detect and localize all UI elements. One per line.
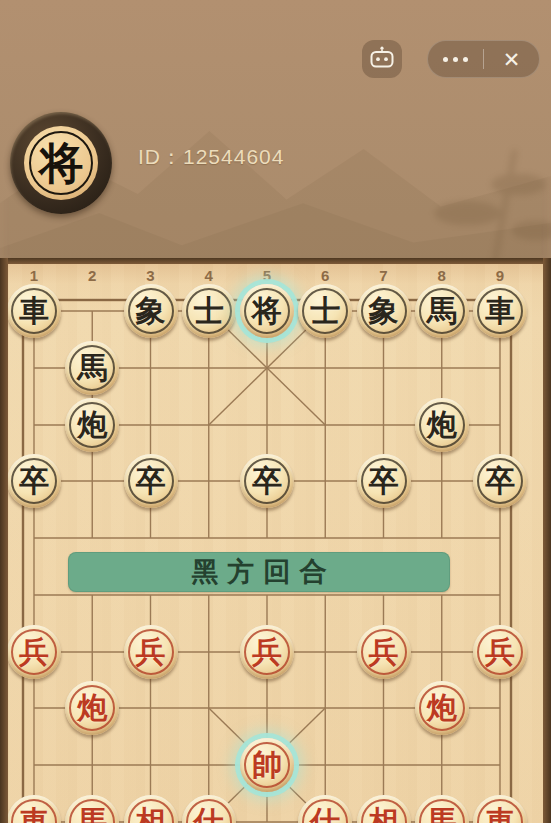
avatar-piece-glyph: 将 — [39, 141, 83, 185]
piece-red-soldier[interactable]: 兵 — [124, 625, 178, 679]
piece-black-cannon[interactable]: 炮 — [415, 398, 469, 452]
piece-glyph: 兵 — [369, 637, 399, 667]
piece-red-cannon[interactable]: 炮 — [415, 681, 469, 735]
piece-glyph: 卒 — [136, 466, 166, 496]
piece-glyph: 馬 — [427, 807, 457, 823]
piece-glyph: 馬 — [427, 296, 457, 326]
piece-glyph: 仕 — [310, 807, 340, 823]
piece-glyph: 卒 — [19, 466, 49, 496]
close-icon: ✕ — [503, 49, 521, 70]
file-label-7: 7 — [374, 267, 394, 284]
xiangqi-match-screen: { "game": "xiangqi", "position": { "fen"… — [0, 0, 551, 823]
piece-glyph: 帥 — [252, 750, 282, 780]
piece-black-horse[interactable]: 馬 — [65, 341, 119, 395]
file-label-5: 5 — [257, 267, 277, 284]
piece-black-soldier[interactable]: 卒 — [7, 454, 61, 508]
board-frame-top — [0, 258, 551, 264]
more-dots-icon — [443, 57, 468, 62]
piece-black-soldier[interactable]: 卒 — [357, 454, 411, 508]
board-frame-left — [0, 258, 8, 823]
piece-red-soldier[interactable]: 兵 — [7, 625, 61, 679]
piece-black-cannon[interactable]: 炮 — [65, 398, 119, 452]
piece-glyph: 象 — [136, 296, 166, 326]
piece-black-soldier[interactable]: 卒 — [473, 454, 527, 508]
piece-glyph: 仕 — [194, 807, 224, 823]
piece-red-general[interactable]: 帥 — [240, 738, 294, 792]
turn-banner: 黑方回合 — [68, 552, 450, 592]
file-label-9: 9 — [490, 267, 510, 284]
piece-black-chariot[interactable]: 車 — [7, 284, 61, 338]
piece-black-general[interactable]: 将 — [240, 284, 294, 338]
piece-glyph: 卒 — [252, 466, 282, 496]
gamepad-icon — [369, 45, 395, 74]
piece-glyph: 馬 — [77, 807, 107, 823]
piece-black-horse[interactable]: 馬 — [415, 284, 469, 338]
piece-glyph: 将 — [252, 296, 282, 326]
piece-glyph: 象 — [369, 296, 399, 326]
player-id: ID：12544604 — [138, 143, 284, 171]
piece-red-soldier[interactable]: 兵 — [357, 625, 411, 679]
file-label-6: 6 — [315, 267, 335, 284]
piece-glyph: 車 — [19, 807, 49, 823]
tree-silhouette — [391, 150, 551, 265]
piece-glyph: 車 — [485, 807, 515, 823]
piece-glyph: 卒 — [369, 466, 399, 496]
piece-red-cannon[interactable]: 炮 — [65, 681, 119, 735]
piece-black-soldier[interactable]: 卒 — [124, 454, 178, 508]
piece-black-soldier[interactable]: 卒 — [240, 454, 294, 508]
wechat-capsule: ✕ — [427, 40, 540, 78]
piece-black-elephant[interactable]: 象 — [357, 284, 411, 338]
piece-glyph: 車 — [485, 296, 515, 326]
piece-black-elephant[interactable]: 象 — [124, 284, 178, 338]
close-button[interactable]: ✕ — [484, 41, 539, 77]
piece-glyph: 卒 — [485, 466, 515, 496]
piece-black-advisor[interactable]: 士 — [182, 284, 236, 338]
piece-glyph: 兵 — [252, 637, 282, 667]
xiangqi-board[interactable]: 123456789 黑方回合 車象士将士象馬車馬炮炮卒卒卒卒卒兵兵兵兵兵炮炮帥車… — [0, 258, 551, 823]
piece-glyph: 炮 — [427, 410, 457, 440]
piece-glyph: 炮 — [77, 410, 107, 440]
file-label-1: 1 — [24, 267, 44, 284]
piece-glyph: 兵 — [19, 637, 49, 667]
piece-glyph: 兵 — [485, 637, 515, 667]
file-label-4: 4 — [199, 267, 219, 284]
file-label-8: 8 — [432, 267, 452, 284]
piece-glyph: 相 — [369, 807, 399, 823]
piece-glyph: 炮 — [427, 693, 457, 723]
more-button[interactable] — [428, 41, 483, 77]
piece-black-chariot[interactable]: 車 — [473, 284, 527, 338]
piece-glyph: 炮 — [77, 693, 107, 723]
file-label-3: 3 — [141, 267, 161, 284]
player-avatar: 将 — [10, 112, 112, 214]
piece-glyph: 士 — [194, 296, 224, 326]
game-center-button[interactable] — [362, 40, 402, 78]
piece-red-soldier[interactable]: 兵 — [473, 625, 527, 679]
piece-glyph: 兵 — [136, 637, 166, 667]
board-frame-right — [543, 258, 551, 823]
piece-black-advisor[interactable]: 士 — [298, 284, 352, 338]
piece-glyph: 士 — [310, 296, 340, 326]
piece-glyph: 相 — [136, 807, 166, 823]
piece-glyph: 馬 — [77, 353, 107, 383]
piece-red-soldier[interactable]: 兵 — [240, 625, 294, 679]
piece-glyph: 車 — [19, 296, 49, 326]
file-label-2: 2 — [82, 267, 102, 284]
